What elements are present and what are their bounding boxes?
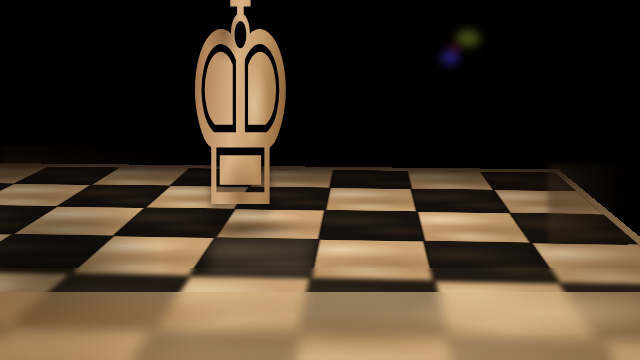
square-g7: [412, 189, 509, 213]
vignette-top: [0, 150, 640, 190]
bokeh-light-violet: [441, 50, 459, 65]
king-shadow: [182, 218, 300, 240]
photo-frame: ♚: [0, 0, 640, 360]
square-f6: [320, 210, 424, 240]
foreground-blur: [0, 292, 640, 360]
bokeh-light-green: [456, 30, 480, 47]
square-f7: [326, 188, 416, 211]
square-e7: [235, 187, 329, 210]
